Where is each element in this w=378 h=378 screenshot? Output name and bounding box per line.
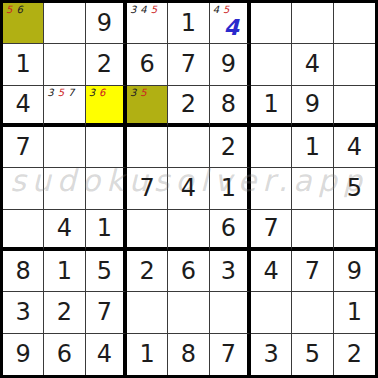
given-digit: 6 — [44, 334, 84, 375]
given-digit: 7 — [3, 127, 43, 167]
given-digit: 7 — [251, 210, 291, 247]
pencil-marks: 36 — [89, 87, 121, 99]
cell-r4c3[interactable]: 7 — [127, 168, 168, 209]
pencil-mark-digit: 5 — [151, 4, 157, 16]
given-digit: 9 — [86, 3, 123, 43]
cell-r6c3[interactable]: 2 — [127, 251, 168, 292]
pencil-mark-digit: 4 — [140, 4, 146, 16]
given-digit: 1 — [334, 292, 375, 332]
given-digit: 8 — [3, 251, 43, 291]
cell-r2c6[interactable]: 1 — [251, 86, 292, 127]
cell-r1c2[interactable]: 2 — [86, 44, 127, 85]
cell-r5c3[interactable] — [127, 210, 168, 251]
pencil-marks: 56 — [6, 4, 41, 16]
cell-r0c1[interactable] — [44, 3, 85, 44]
given-digit: 5 — [334, 168, 375, 208]
cell-r0c6[interactable] — [251, 3, 292, 44]
cell-r2c8[interactable] — [334, 86, 375, 127]
cell-r8c0[interactable]: 9 — [3, 334, 44, 375]
pencil-mark-digit: 3 — [47, 87, 53, 99]
cell-r5c0[interactable] — [3, 210, 44, 251]
cell-r1c7[interactable]: 4 — [292, 44, 333, 85]
given-digit: 4 — [168, 168, 208, 208]
cell-r7c4[interactable] — [168, 292, 209, 333]
given-digit: 2 — [86, 44, 123, 84]
cell-r3c0[interactable]: 7 — [3, 127, 44, 168]
given-digit: 7 — [210, 334, 247, 375]
given-digit: 1 — [292, 127, 332, 167]
given-digit: 6 — [210, 210, 247, 247]
cell-r4c7[interactable] — [292, 168, 333, 209]
given-digit: 3 — [251, 334, 291, 375]
cell-r0c3[interactable]: 345 — [127, 3, 168, 44]
given-digit: 4 — [292, 44, 332, 84]
cell-r6c0[interactable]: 8 — [3, 251, 44, 292]
cell-r1c1[interactable] — [44, 44, 85, 85]
cell-r2c0[interactable]: 4 — [3, 86, 44, 127]
given-digit: 5 — [292, 334, 332, 375]
cell-r8c1[interactable]: 6 — [44, 334, 85, 375]
cell-r7c5[interactable] — [210, 292, 251, 333]
pencil-mark-digit: 5 — [58, 87, 64, 99]
cell-r4c8[interactable]: 5 — [334, 168, 375, 209]
cell-r7c8[interactable]: 1 — [334, 292, 375, 333]
cell-r3c7[interactable]: 1 — [292, 127, 333, 168]
cell-r8c4[interactable]: 8 — [168, 334, 209, 375]
cell-r5c2[interactable]: 1 — [86, 210, 127, 251]
cell-r0c7[interactable] — [292, 3, 333, 44]
cell-r2c2[interactable]: 36 — [86, 86, 127, 127]
cell-r2c3[interactable]: 35 — [127, 86, 168, 127]
cell-r1c8[interactable] — [334, 44, 375, 85]
cell-r7c3[interactable] — [127, 292, 168, 333]
pencil-mark-digit: 3 — [89, 87, 95, 99]
cell-r1c6[interactable] — [251, 44, 292, 85]
cell-r5c6[interactable]: 7 — [251, 210, 292, 251]
cell-r4c0[interactable] — [3, 168, 44, 209]
given-digit: 7 — [86, 292, 123, 332]
sudoku-app: 5693451454126794435736352819721474154167… — [0, 0, 378, 378]
cell-r4c2[interactable] — [86, 168, 127, 209]
cell-r3c5[interactable]: 2 — [210, 127, 251, 168]
given-digit: 2 — [127, 251, 167, 291]
given-digit: 9 — [292, 86, 332, 123]
cell-r2c5[interactable]: 8 — [210, 86, 251, 127]
cell-r3c2[interactable] — [86, 127, 127, 168]
cell-r3c6[interactable] — [251, 127, 292, 168]
cell-r8c5[interactable]: 7 — [210, 334, 251, 375]
given-digit: 1 — [86, 210, 123, 247]
given-digit: 2 — [44, 292, 84, 332]
pencil-mark-digit: 5 — [140, 87, 146, 99]
given-digit: 8 — [210, 86, 247, 123]
cell-r5c8[interactable] — [334, 210, 375, 251]
cell-r4c1[interactable] — [44, 168, 85, 209]
cell-r6c6[interactable]: 4 — [251, 251, 292, 292]
given-digit: 7 — [292, 251, 332, 291]
given-digit: 1 — [3, 44, 43, 84]
pencil-marks: 35 — [130, 87, 165, 99]
cell-r0c2[interactable]: 9 — [86, 3, 127, 44]
pencil-mark-digit: 5 — [6, 4, 12, 16]
cell-r0c0[interactable]: 56 — [3, 3, 44, 44]
cell-r8c2[interactable]: 4 — [86, 334, 127, 375]
pencil-marks: 345 — [130, 4, 165, 16]
cell-r6c7[interactable]: 7 — [292, 251, 333, 292]
cell-r3c8[interactable]: 4 — [334, 127, 375, 168]
cell-r6c8[interactable]: 9 — [334, 251, 375, 292]
given-digit: 4 — [86, 334, 123, 375]
cell-r2c4[interactable]: 2 — [168, 86, 209, 127]
given-digit: 3 — [3, 292, 43, 332]
given-digit: 9 — [210, 44, 247, 84]
cell-r7c7[interactable] — [292, 292, 333, 333]
given-digit: 6 — [168, 251, 208, 291]
sudoku-board: 5693451454126794435736352819721474154167… — [0, 0, 378, 378]
given-digit: 5 — [86, 251, 123, 291]
cell-r7c6[interactable] — [251, 292, 292, 333]
cell-r1c0[interactable]: 1 — [3, 44, 44, 85]
given-digit: 4 — [44, 210, 84, 247]
given-digit: 9 — [334, 251, 375, 291]
cell-r7c0[interactable]: 3 — [3, 292, 44, 333]
cell-r1c4[interactable]: 7 — [168, 44, 209, 85]
given-digit: 3 — [210, 251, 247, 291]
cell-r4c5[interactable]: 1 — [210, 168, 251, 209]
given-digit: 1 — [168, 3, 208, 43]
given-digit: 2 — [334, 334, 375, 375]
cell-r6c5[interactable]: 3 — [210, 251, 251, 292]
given-digit: 8 — [168, 334, 208, 375]
pencil-mark-digit: 3 — [130, 87, 136, 99]
cell-r8c3[interactable]: 1 — [127, 334, 168, 375]
cell-r5c5[interactable]: 6 — [210, 210, 251, 251]
given-digit: 2 — [168, 86, 208, 123]
cell-r6c2[interactable]: 5 — [86, 251, 127, 292]
given-digit: 9 — [3, 334, 43, 375]
cell-r5c4[interactable] — [168, 210, 209, 251]
cell-r4c6[interactable] — [251, 168, 292, 209]
given-digit: 4 — [3, 86, 43, 123]
cell-r0c8[interactable] — [334, 3, 375, 44]
cell-r5c1[interactable]: 4 — [44, 210, 85, 251]
cell-r4c4[interactable]: 4 — [168, 168, 209, 209]
given-digit: 4 — [251, 251, 291, 291]
cell-r3c3[interactable] — [127, 127, 168, 168]
cell-r3c4[interactable] — [168, 127, 209, 168]
given-digit: 1 — [210, 168, 247, 208]
pencil-mark-digit: 6 — [16, 4, 22, 16]
cell-r0c4[interactable]: 1 — [168, 3, 209, 44]
cell-r8c8[interactable]: 2 — [334, 334, 375, 375]
cell-r7c2[interactable]: 7 — [86, 292, 127, 333]
cell-r7c1[interactable]: 2 — [44, 292, 85, 333]
cell-r6c1[interactable]: 1 — [44, 251, 85, 292]
cell-r6c4[interactable]: 6 — [168, 251, 209, 292]
cell-r2c1[interactable]: 357 — [44, 86, 85, 127]
given-digit: 1 — [44, 251, 84, 291]
pencil-mark-digit: 7 — [68, 87, 74, 99]
given-digit: 1 — [251, 86, 291, 123]
pencil-marks: 357 — [47, 87, 82, 99]
cell-r5c7[interactable] — [292, 210, 333, 251]
cell-r1c3[interactable]: 6 — [127, 44, 168, 85]
given-digit: 6 — [127, 44, 167, 84]
cell-r8c7[interactable]: 5 — [292, 334, 333, 375]
pencil-mark-digit: 3 — [130, 4, 136, 16]
cell-r0c5[interactable]: 454 — [210, 3, 251, 44]
given-digit: 2 — [210, 127, 247, 167]
given-digit: 1 — [127, 334, 167, 375]
cell-r1c5[interactable]: 9 — [210, 44, 251, 85]
given-digit: 4 — [334, 127, 375, 167]
cell-r3c1[interactable] — [44, 127, 85, 168]
given-digit: 7 — [127, 168, 167, 208]
cell-r2c7[interactable]: 9 — [292, 86, 333, 127]
cell-r8c6[interactable]: 3 — [251, 334, 292, 375]
given-digit: 7 — [168, 44, 208, 84]
pencil-mark-digit: 6 — [99, 87, 105, 99]
solved-digit: 4 — [210, 3, 247, 43]
